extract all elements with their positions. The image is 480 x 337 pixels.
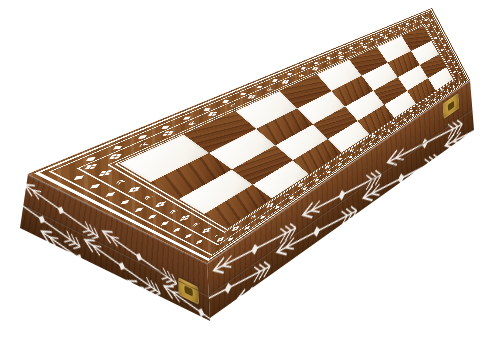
corner-rosette: ❖ xyxy=(422,16,430,23)
arrow-inlay xyxy=(207,251,275,318)
arrow-inlay xyxy=(34,218,124,300)
brass-clasp-left xyxy=(178,277,199,305)
corner-rosette: ❖ xyxy=(210,233,231,246)
arrow-inlay xyxy=(78,227,166,307)
corner-rosette: ❖ xyxy=(456,76,463,83)
arrow-inlay xyxy=(230,244,322,318)
corner-rosette: ❖ xyxy=(74,159,107,175)
scene: ◆ ◆ ◆ ◆ ◆ ◆ ◆ ◆ ◆ ◆ ◆ ◆ ◆ ◆ ◆ ◆ ◆ ◆ ◆ ◆ … xyxy=(0,0,480,337)
arrow-inlay xyxy=(359,144,444,213)
